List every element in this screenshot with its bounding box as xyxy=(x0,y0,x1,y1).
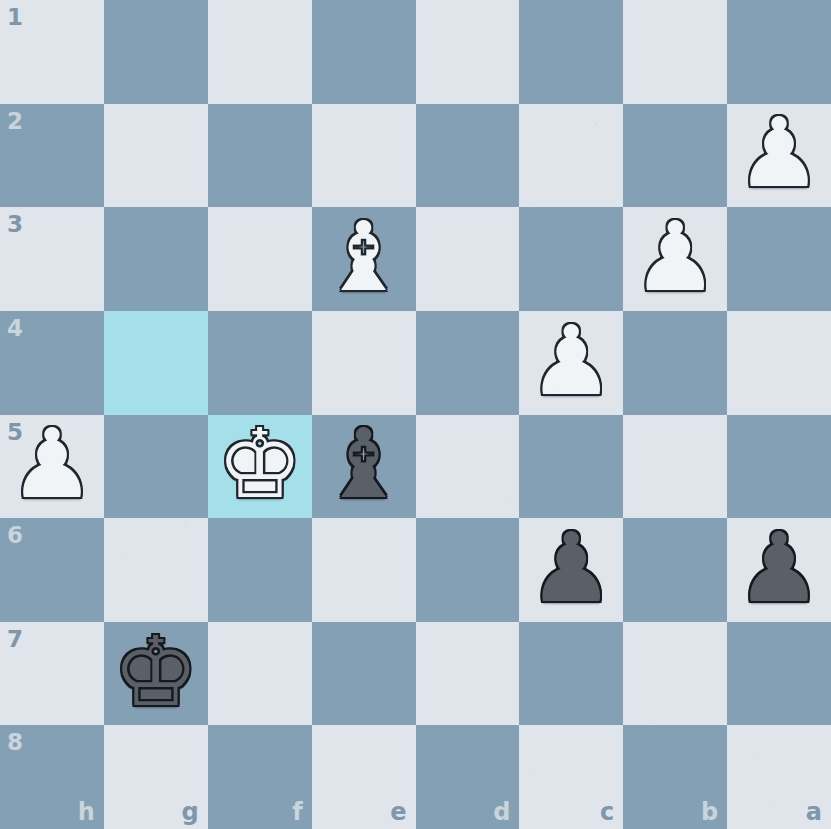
file-label-b: b xyxy=(701,800,718,824)
file-label-d: d xyxy=(493,800,510,824)
white-bishop-e3[interactable]: ♝ xyxy=(321,209,407,305)
square-h6[interactable]: 6 xyxy=(0,518,104,622)
square-d1[interactable] xyxy=(416,0,520,104)
square-c4[interactable]: ♟ xyxy=(519,311,623,415)
square-f4[interactable] xyxy=(208,311,312,415)
file-label-e: e xyxy=(390,800,406,824)
file-label-a: a xyxy=(806,800,822,824)
square-g6[interactable] xyxy=(104,518,208,622)
square-c3[interactable] xyxy=(519,207,623,311)
square-a8[interactable]: a xyxy=(727,725,831,829)
square-h7[interactable]: 7 xyxy=(0,622,104,726)
square-d8[interactable]: d xyxy=(416,725,520,829)
rank-label-3: 3 xyxy=(7,213,23,236)
square-a2[interactable]: ♟ xyxy=(727,104,831,208)
file-label-h: h xyxy=(78,800,95,824)
white-pawn-a2[interactable]: ♟ xyxy=(736,105,822,201)
square-g4[interactable] xyxy=(104,311,208,415)
square-c6[interactable]: ♟ xyxy=(519,518,623,622)
square-h8[interactable]: 8h xyxy=(0,725,104,829)
square-f7[interactable] xyxy=(208,622,312,726)
square-e4[interactable] xyxy=(312,311,416,415)
square-f5[interactable]: ♚ xyxy=(208,415,312,519)
square-c5[interactable] xyxy=(519,415,623,519)
file-label-g: g xyxy=(182,800,199,824)
rank-label-6: 6 xyxy=(7,524,23,547)
rank-label-8: 8 xyxy=(7,731,23,754)
black-pawn-c6[interactable]: ♟ xyxy=(528,520,614,616)
square-d5[interactable] xyxy=(416,415,520,519)
square-b7[interactable] xyxy=(623,622,727,726)
square-g3[interactable] xyxy=(104,207,208,311)
square-g1[interactable] xyxy=(104,0,208,104)
square-e6[interactable] xyxy=(312,518,416,622)
file-label-c: c xyxy=(600,800,614,824)
black-king-g7[interactable]: ♚ xyxy=(113,624,199,720)
square-d6[interactable] xyxy=(416,518,520,622)
square-b6[interactable] xyxy=(623,518,727,622)
square-e1[interactable] xyxy=(312,0,416,104)
black-pawn-a6[interactable]: ♟ xyxy=(736,520,822,616)
white-pawn-c4[interactable]: ♟ xyxy=(528,313,614,409)
square-a1[interactable] xyxy=(727,0,831,104)
white-pawn-b3[interactable]: ♟ xyxy=(632,209,718,305)
square-c8[interactable]: c xyxy=(519,725,623,829)
white-king-f5[interactable]: ♚ xyxy=(217,416,303,512)
square-e3[interactable]: ♝ xyxy=(312,207,416,311)
square-e5[interactable]: ♝ xyxy=(312,415,416,519)
square-d7[interactable] xyxy=(416,622,520,726)
square-h2[interactable]: 2 xyxy=(0,104,104,208)
square-f1[interactable] xyxy=(208,0,312,104)
square-f3[interactable] xyxy=(208,207,312,311)
square-h3[interactable]: 3 xyxy=(0,207,104,311)
square-a7[interactable] xyxy=(727,622,831,726)
square-h4[interactable]: 4 xyxy=(0,311,104,415)
square-a6[interactable]: ♟ xyxy=(727,518,831,622)
chess-board: 12♟3♝♟4♟5♟♚♝6♟♟7♚8hgfedcba xyxy=(0,0,831,829)
square-g8[interactable]: g xyxy=(104,725,208,829)
square-b4[interactable] xyxy=(623,311,727,415)
square-f2[interactable] xyxy=(208,104,312,208)
square-g5[interactable] xyxy=(104,415,208,519)
square-a5[interactable] xyxy=(727,415,831,519)
square-g2[interactable] xyxy=(104,104,208,208)
square-c1[interactable] xyxy=(519,0,623,104)
square-h1[interactable]: 1 xyxy=(0,0,104,104)
square-a4[interactable] xyxy=(727,311,831,415)
square-e2[interactable] xyxy=(312,104,416,208)
square-f6[interactable] xyxy=(208,518,312,622)
square-f8[interactable]: f xyxy=(208,725,312,829)
square-e8[interactable]: e xyxy=(312,725,416,829)
square-g7[interactable]: ♚ xyxy=(104,622,208,726)
white-pawn-h5[interactable]: ♟ xyxy=(9,416,95,512)
square-h5[interactable]: 5♟ xyxy=(0,415,104,519)
black-bishop-e5[interactable]: ♝ xyxy=(321,416,407,512)
square-b8[interactable]: b xyxy=(623,725,727,829)
square-d4[interactable] xyxy=(416,311,520,415)
file-label-f: f xyxy=(292,800,302,824)
square-b2[interactable] xyxy=(623,104,727,208)
square-b1[interactable] xyxy=(623,0,727,104)
square-a3[interactable] xyxy=(727,207,831,311)
square-b5[interactable] xyxy=(623,415,727,519)
square-c7[interactable] xyxy=(519,622,623,726)
square-d2[interactable] xyxy=(416,104,520,208)
square-b3[interactable]: ♟ xyxy=(623,207,727,311)
rank-label-2: 2 xyxy=(7,110,23,133)
rank-label-7: 7 xyxy=(7,628,23,651)
square-c2[interactable] xyxy=(519,104,623,208)
rank-label-1: 1 xyxy=(7,6,23,29)
rank-label-4: 4 xyxy=(7,317,23,340)
square-d3[interactable] xyxy=(416,207,520,311)
square-e7[interactable] xyxy=(312,622,416,726)
